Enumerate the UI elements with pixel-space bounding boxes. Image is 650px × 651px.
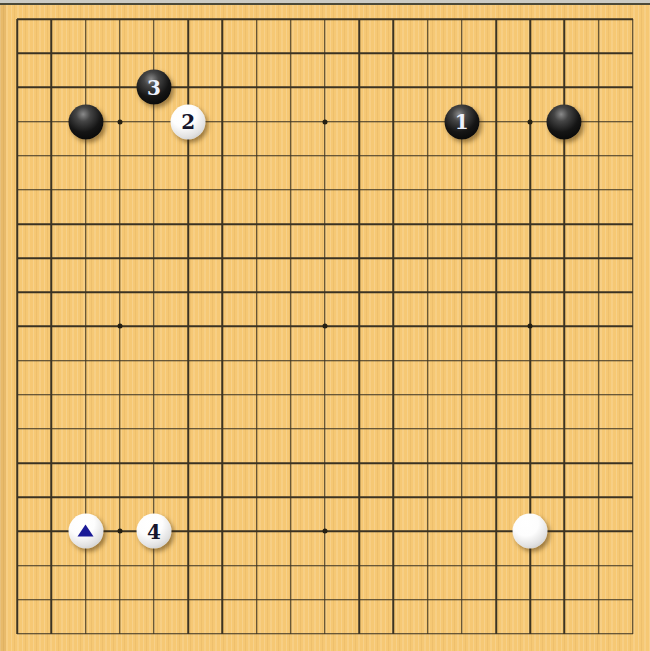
board-intersection[interactable] bbox=[68, 275, 102, 309]
board-intersection[interactable] bbox=[239, 36, 273, 70]
board-intersection[interactable] bbox=[547, 207, 581, 241]
board-intersection[interactable] bbox=[274, 549, 308, 583]
board-intersection[interactable] bbox=[616, 139, 650, 173]
board-intersection[interactable] bbox=[34, 70, 68, 104]
board-intersection[interactable] bbox=[34, 446, 68, 480]
board-intersection[interactable] bbox=[582, 617, 616, 651]
board-intersection[interactable] bbox=[376, 617, 410, 651]
board-intersection[interactable] bbox=[239, 207, 273, 241]
board-intersection[interactable] bbox=[547, 104, 581, 138]
board-intersection[interactable] bbox=[205, 139, 239, 173]
board-intersection[interactable] bbox=[376, 480, 410, 514]
board-intersection[interactable] bbox=[342, 549, 376, 583]
board-intersection[interactable] bbox=[0, 139, 34, 173]
board-intersection[interactable] bbox=[616, 446, 650, 480]
board-intersection[interactable] bbox=[582, 480, 616, 514]
board-intersection[interactable] bbox=[547, 378, 581, 412]
board-intersection[interactable] bbox=[411, 207, 445, 241]
board-intersection[interactable] bbox=[513, 275, 547, 309]
board-intersection[interactable] bbox=[582, 583, 616, 617]
board-intersection[interactable] bbox=[0, 514, 34, 548]
board-intersection[interactable] bbox=[547, 309, 581, 343]
board-intersection[interactable] bbox=[308, 446, 342, 480]
board-intersection[interactable] bbox=[411, 583, 445, 617]
board-intersection[interactable] bbox=[34, 104, 68, 138]
board-intersection[interactable] bbox=[547, 480, 581, 514]
board-intersection[interactable] bbox=[445, 344, 479, 378]
board-intersection[interactable] bbox=[376, 207, 410, 241]
board-intersection[interactable] bbox=[103, 378, 137, 412]
board-intersection[interactable] bbox=[34, 2, 68, 36]
board-intersection[interactable] bbox=[342, 446, 376, 480]
board-intersection[interactable] bbox=[513, 104, 547, 138]
board-intersection[interactable] bbox=[582, 241, 616, 275]
board-intersection[interactable] bbox=[513, 549, 547, 583]
board-intersection[interactable] bbox=[582, 36, 616, 70]
board-intersection[interactable] bbox=[376, 104, 410, 138]
board-intersection[interactable] bbox=[582, 104, 616, 138]
board-intersection[interactable] bbox=[616, 207, 650, 241]
board-intersection[interactable] bbox=[616, 480, 650, 514]
board-intersection[interactable] bbox=[582, 549, 616, 583]
board-intersection[interactable] bbox=[308, 617, 342, 651]
board-intersection[interactable] bbox=[547, 241, 581, 275]
board-intersection[interactable] bbox=[411, 36, 445, 70]
board-intersection[interactable] bbox=[513, 309, 547, 343]
board-intersection[interactable] bbox=[513, 344, 547, 378]
board-intersection[interactable] bbox=[34, 173, 68, 207]
board-intersection[interactable] bbox=[205, 2, 239, 36]
board-intersection[interactable] bbox=[308, 173, 342, 207]
board-intersection[interactable] bbox=[34, 480, 68, 514]
board-intersection[interactable] bbox=[411, 617, 445, 651]
board-intersection[interactable] bbox=[582, 275, 616, 309]
board-intersection[interactable] bbox=[479, 549, 513, 583]
board-intersection[interactable] bbox=[0, 70, 34, 104]
board-intersection[interactable] bbox=[171, 378, 205, 412]
board-intersection[interactable] bbox=[479, 378, 513, 412]
board-intersection[interactable] bbox=[479, 275, 513, 309]
board-intersection[interactable] bbox=[582, 446, 616, 480]
board-intersection[interactable] bbox=[479, 309, 513, 343]
board-intersection[interactable] bbox=[239, 446, 273, 480]
board-intersection[interactable] bbox=[103, 412, 137, 446]
board-intersection[interactable] bbox=[34, 309, 68, 343]
board-intersection[interactable] bbox=[308, 139, 342, 173]
board-intersection[interactable] bbox=[547, 139, 581, 173]
board-intersection[interactable]: 2 bbox=[171, 104, 205, 138]
board-intersection[interactable] bbox=[103, 2, 137, 36]
board-intersection[interactable] bbox=[445, 446, 479, 480]
board-intersection[interactable] bbox=[342, 173, 376, 207]
board-intersection[interactable] bbox=[103, 617, 137, 651]
board-intersection[interactable] bbox=[0, 412, 34, 446]
board-intersection[interactable] bbox=[34, 617, 68, 651]
board-intersection[interactable] bbox=[68, 173, 102, 207]
board-intersection[interactable] bbox=[308, 480, 342, 514]
board-intersection[interactable] bbox=[479, 207, 513, 241]
board-intersection[interactable] bbox=[171, 241, 205, 275]
board-intersection[interactable] bbox=[103, 207, 137, 241]
board-intersection[interactable] bbox=[547, 514, 581, 548]
board-intersection[interactable] bbox=[445, 480, 479, 514]
board-intersection[interactable] bbox=[68, 241, 102, 275]
board-intersection[interactable] bbox=[0, 309, 34, 343]
board-intersection[interactable] bbox=[0, 36, 34, 70]
board-intersection[interactable] bbox=[68, 378, 102, 412]
board-intersection[interactable] bbox=[376, 241, 410, 275]
board-intersection[interactable] bbox=[205, 378, 239, 412]
board-intersection[interactable] bbox=[171, 309, 205, 343]
board-intersection[interactable] bbox=[205, 412, 239, 446]
board-intersection[interactable] bbox=[0, 549, 34, 583]
board-intersection[interactable] bbox=[239, 378, 273, 412]
board-intersection[interactable] bbox=[137, 378, 171, 412]
board-intersection[interactable] bbox=[239, 480, 273, 514]
board-intersection[interactable] bbox=[513, 617, 547, 651]
board-intersection[interactable] bbox=[445, 617, 479, 651]
board-intersection[interactable] bbox=[68, 583, 102, 617]
board-intersection[interactable] bbox=[376, 514, 410, 548]
board-intersection[interactable] bbox=[239, 344, 273, 378]
board-intersection[interactable] bbox=[103, 70, 137, 104]
board-intersection[interactable] bbox=[547, 173, 581, 207]
board-intersection[interactable] bbox=[239, 412, 273, 446]
board-intersection[interactable] bbox=[171, 549, 205, 583]
board-intersection[interactable] bbox=[582, 344, 616, 378]
board-intersection[interactable] bbox=[205, 70, 239, 104]
board-intersection[interactable] bbox=[205, 480, 239, 514]
board-intersection[interactable] bbox=[171, 207, 205, 241]
board-intersection[interactable] bbox=[205, 446, 239, 480]
board-intersection[interactable] bbox=[616, 309, 650, 343]
board-intersection[interactable] bbox=[513, 412, 547, 446]
board-intersection[interactable] bbox=[616, 70, 650, 104]
board-intersection[interactable] bbox=[274, 275, 308, 309]
board-intersection[interactable] bbox=[582, 173, 616, 207]
board-intersection[interactable] bbox=[274, 309, 308, 343]
board-intersection[interactable] bbox=[205, 344, 239, 378]
board-intersection[interactable] bbox=[513, 139, 547, 173]
board-intersection[interactable] bbox=[445, 139, 479, 173]
board-intersection[interactable] bbox=[68, 480, 102, 514]
board-intersection[interactable] bbox=[582, 514, 616, 548]
board-intersection[interactable] bbox=[445, 309, 479, 343]
board-intersection[interactable] bbox=[68, 309, 102, 343]
board-intersection[interactable] bbox=[0, 446, 34, 480]
board-intersection[interactable] bbox=[274, 104, 308, 138]
board-intersection[interactable] bbox=[239, 275, 273, 309]
board-intersection[interactable] bbox=[34, 549, 68, 583]
board-intersection[interactable] bbox=[445, 549, 479, 583]
board-intersection[interactable] bbox=[445, 2, 479, 36]
board-intersection[interactable] bbox=[205, 36, 239, 70]
board-intersection[interactable] bbox=[411, 309, 445, 343]
board-intersection[interactable] bbox=[274, 70, 308, 104]
board-intersection[interactable] bbox=[376, 344, 410, 378]
board-intersection[interactable] bbox=[205, 173, 239, 207]
board-intersection[interactable] bbox=[239, 549, 273, 583]
board-intersection[interactable] bbox=[342, 617, 376, 651]
board-intersection[interactable]: 1 bbox=[445, 104, 479, 138]
board-intersection[interactable] bbox=[205, 104, 239, 138]
board-intersection[interactable] bbox=[68, 514, 102, 548]
board-intersection[interactable] bbox=[308, 344, 342, 378]
board-intersection[interactable] bbox=[308, 70, 342, 104]
board-intersection[interactable] bbox=[411, 344, 445, 378]
board-intersection[interactable] bbox=[411, 2, 445, 36]
board-intersection[interactable] bbox=[616, 104, 650, 138]
board-intersection[interactable] bbox=[479, 344, 513, 378]
board-intersection[interactable] bbox=[137, 241, 171, 275]
board-intersection[interactable] bbox=[239, 2, 273, 36]
board-intersection[interactable] bbox=[205, 583, 239, 617]
board-intersection[interactable] bbox=[171, 173, 205, 207]
board-intersection[interactable] bbox=[376, 412, 410, 446]
board-intersection[interactable] bbox=[547, 344, 581, 378]
board-intersection[interactable] bbox=[513, 480, 547, 514]
board-intersection[interactable] bbox=[445, 173, 479, 207]
board-intersection[interactable] bbox=[239, 70, 273, 104]
board-intersection[interactable] bbox=[0, 2, 34, 36]
board-intersection[interactable] bbox=[34, 378, 68, 412]
board-intersection[interactable] bbox=[171, 70, 205, 104]
board-intersection[interactable] bbox=[445, 583, 479, 617]
board-intersection[interactable] bbox=[274, 412, 308, 446]
board-intersection[interactable] bbox=[376, 378, 410, 412]
board-intersection[interactable] bbox=[137, 173, 171, 207]
board-intersection[interactable] bbox=[171, 275, 205, 309]
board-intersection[interactable] bbox=[137, 309, 171, 343]
board-intersection[interactable] bbox=[239, 309, 273, 343]
board-intersection[interactable] bbox=[411, 275, 445, 309]
board-intersection[interactable] bbox=[34, 344, 68, 378]
board-intersection[interactable] bbox=[616, 583, 650, 617]
board-intersection[interactable] bbox=[582, 412, 616, 446]
board-intersection[interactable] bbox=[479, 139, 513, 173]
board-intersection[interactable] bbox=[0, 378, 34, 412]
board-intersection[interactable] bbox=[616, 173, 650, 207]
board-intersection[interactable] bbox=[547, 446, 581, 480]
board-intersection[interactable] bbox=[582, 2, 616, 36]
board-intersection[interactable] bbox=[547, 412, 581, 446]
board-intersection[interactable] bbox=[376, 139, 410, 173]
board-intersection[interactable] bbox=[274, 173, 308, 207]
board-intersection[interactable] bbox=[103, 514, 137, 548]
board-intersection[interactable] bbox=[239, 173, 273, 207]
board-intersection[interactable] bbox=[68, 617, 102, 651]
board-intersection[interactable] bbox=[342, 70, 376, 104]
board-intersection[interactable] bbox=[513, 36, 547, 70]
board-intersection[interactable] bbox=[205, 275, 239, 309]
board-intersection[interactable] bbox=[411, 549, 445, 583]
board-intersection[interactable] bbox=[137, 2, 171, 36]
board-intersection[interactable] bbox=[34, 514, 68, 548]
board-intersection[interactable] bbox=[411, 139, 445, 173]
board-intersection[interactable] bbox=[547, 36, 581, 70]
board-intersection[interactable] bbox=[274, 446, 308, 480]
board-intersection[interactable] bbox=[513, 173, 547, 207]
board-intersection[interactable] bbox=[0, 104, 34, 138]
board-intersection[interactable] bbox=[445, 241, 479, 275]
board-intersection[interactable] bbox=[68, 412, 102, 446]
board-intersection[interactable] bbox=[479, 412, 513, 446]
board-intersection[interactable] bbox=[103, 583, 137, 617]
board-intersection[interactable] bbox=[342, 104, 376, 138]
board-intersection[interactable] bbox=[479, 583, 513, 617]
board-intersection[interactable] bbox=[376, 549, 410, 583]
board-intersection[interactable] bbox=[445, 412, 479, 446]
board-intersection[interactable] bbox=[239, 139, 273, 173]
board-intersection[interactable] bbox=[513, 241, 547, 275]
board-intersection[interactable] bbox=[171, 139, 205, 173]
board-intersection[interactable] bbox=[171, 583, 205, 617]
board-intersection[interactable] bbox=[68, 2, 102, 36]
board-intersection[interactable] bbox=[342, 412, 376, 446]
board-intersection[interactable] bbox=[582, 309, 616, 343]
board-intersection[interactable] bbox=[582, 70, 616, 104]
board-intersection[interactable] bbox=[513, 207, 547, 241]
board-intersection[interactable] bbox=[239, 617, 273, 651]
board-intersection[interactable] bbox=[68, 344, 102, 378]
board-intersection[interactable] bbox=[103, 139, 137, 173]
board-intersection[interactable] bbox=[239, 583, 273, 617]
board-intersection[interactable] bbox=[0, 173, 34, 207]
board-intersection[interactable] bbox=[171, 344, 205, 378]
board-intersection[interactable] bbox=[376, 275, 410, 309]
board-intersection[interactable] bbox=[103, 36, 137, 70]
board-intersection[interactable] bbox=[342, 36, 376, 70]
board-intersection[interactable] bbox=[308, 275, 342, 309]
board-intersection[interactable] bbox=[34, 275, 68, 309]
board-intersection[interactable] bbox=[582, 139, 616, 173]
board-intersection[interactable] bbox=[103, 549, 137, 583]
board-intersection[interactable] bbox=[205, 617, 239, 651]
board-intersection[interactable] bbox=[445, 70, 479, 104]
board-intersection[interactable] bbox=[445, 378, 479, 412]
board-intersection[interactable] bbox=[445, 207, 479, 241]
board-intersection[interactable] bbox=[137, 207, 171, 241]
board-intersection[interactable] bbox=[376, 36, 410, 70]
board-intersection[interactable] bbox=[411, 70, 445, 104]
board-intersection[interactable] bbox=[137, 104, 171, 138]
board-intersection[interactable] bbox=[342, 480, 376, 514]
board-intersection[interactable] bbox=[376, 173, 410, 207]
board-intersection[interactable] bbox=[342, 275, 376, 309]
board-intersection[interactable] bbox=[68, 139, 102, 173]
board-intersection[interactable] bbox=[342, 583, 376, 617]
board-intersection[interactable] bbox=[308, 36, 342, 70]
board-intersection[interactable] bbox=[274, 378, 308, 412]
board-intersection[interactable] bbox=[411, 378, 445, 412]
board-intersection[interactable] bbox=[308, 309, 342, 343]
board-intersection[interactable] bbox=[342, 241, 376, 275]
board-intersection[interactable] bbox=[411, 412, 445, 446]
board-intersection[interactable] bbox=[479, 173, 513, 207]
board-intersection[interactable] bbox=[342, 139, 376, 173]
board-intersection[interactable] bbox=[479, 70, 513, 104]
board-intersection[interactable] bbox=[274, 241, 308, 275]
board-intersection[interactable] bbox=[34, 36, 68, 70]
board-intersection[interactable] bbox=[479, 36, 513, 70]
board-intersection[interactable] bbox=[411, 173, 445, 207]
board-intersection[interactable] bbox=[445, 36, 479, 70]
board-intersection[interactable] bbox=[103, 344, 137, 378]
board-intersection[interactable] bbox=[68, 70, 102, 104]
board-intersection[interactable] bbox=[68, 104, 102, 138]
board-intersection[interactable] bbox=[274, 36, 308, 70]
board-intersection[interactable] bbox=[274, 2, 308, 36]
board-intersection[interactable] bbox=[171, 412, 205, 446]
board-intersection[interactable] bbox=[0, 275, 34, 309]
board-intersection[interactable] bbox=[308, 378, 342, 412]
board-intersection[interactable] bbox=[479, 514, 513, 548]
board-intersection[interactable] bbox=[308, 207, 342, 241]
board-intersection[interactable] bbox=[103, 173, 137, 207]
board-intersection[interactable] bbox=[411, 104, 445, 138]
board-intersection[interactable] bbox=[376, 70, 410, 104]
board-intersection[interactable] bbox=[103, 275, 137, 309]
board-intersection[interactable] bbox=[479, 2, 513, 36]
board-intersection[interactable] bbox=[547, 549, 581, 583]
board-intersection[interactable] bbox=[342, 207, 376, 241]
board-intersection[interactable] bbox=[171, 2, 205, 36]
board-intersection[interactable] bbox=[582, 207, 616, 241]
board-intersection[interactable] bbox=[308, 583, 342, 617]
board-intersection[interactable] bbox=[68, 446, 102, 480]
board-intersection[interactable] bbox=[171, 480, 205, 514]
board-intersection[interactable] bbox=[205, 309, 239, 343]
board-intersection[interactable] bbox=[0, 480, 34, 514]
board-intersection[interactable] bbox=[308, 104, 342, 138]
board-intersection[interactable] bbox=[137, 412, 171, 446]
board-intersection[interactable] bbox=[103, 309, 137, 343]
board-intersection[interactable] bbox=[274, 139, 308, 173]
board-intersection[interactable] bbox=[34, 412, 68, 446]
board-intersection[interactable]: 3 bbox=[137, 70, 171, 104]
board-intersection[interactable] bbox=[616, 344, 650, 378]
board-intersection[interactable] bbox=[513, 70, 547, 104]
board-intersection[interactable] bbox=[205, 241, 239, 275]
board-intersection[interactable] bbox=[308, 241, 342, 275]
board-intersection[interactable] bbox=[411, 446, 445, 480]
board-intersection[interactable] bbox=[376, 583, 410, 617]
board-intersection[interactable] bbox=[274, 583, 308, 617]
board-intersection[interactable] bbox=[547, 70, 581, 104]
board-intersection[interactable] bbox=[479, 104, 513, 138]
board-intersection[interactable] bbox=[616, 2, 650, 36]
board-intersection[interactable] bbox=[137, 480, 171, 514]
board-intersection[interactable] bbox=[513, 378, 547, 412]
board-intersection[interactable] bbox=[274, 344, 308, 378]
board-intersection[interactable] bbox=[411, 241, 445, 275]
board-intersection[interactable] bbox=[479, 480, 513, 514]
board-intersection[interactable] bbox=[411, 514, 445, 548]
board-intersection[interactable] bbox=[616, 617, 650, 651]
board-intersection[interactable] bbox=[411, 480, 445, 514]
board-intersection[interactable] bbox=[137, 617, 171, 651]
board-intersection[interactable] bbox=[103, 480, 137, 514]
board-intersection[interactable] bbox=[137, 549, 171, 583]
board-intersection[interactable] bbox=[616, 241, 650, 275]
board-intersection[interactable] bbox=[376, 2, 410, 36]
board-intersection[interactable] bbox=[137, 36, 171, 70]
board-intersection[interactable] bbox=[0, 241, 34, 275]
board-intersection[interactable] bbox=[513, 514, 547, 548]
board-intersection[interactable] bbox=[547, 2, 581, 36]
board-intersection[interactable] bbox=[171, 36, 205, 70]
board-intersection[interactable] bbox=[308, 514, 342, 548]
